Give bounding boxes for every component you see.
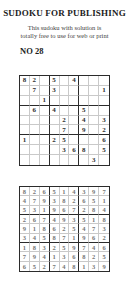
solution-cell-r2c1: 4	[20, 196, 30, 205]
solution-cell-r6c9: 2	[99, 234, 109, 243]
given-cell-r2c2: 7	[30, 86, 40, 96]
given-cell-r4c3	[40, 106, 50, 116]
given-cell-r3c8	[89, 96, 99, 106]
solution-cell-r6c8: 6	[89, 234, 99, 243]
solution-cell-r2c6: 2	[69, 196, 79, 205]
given-cell-r9c6	[69, 155, 79, 165]
given-cell-r9c7	[79, 155, 89, 165]
solution-cell-r3c5: 6	[60, 206, 70, 215]
solution-cell-r4c6: 3	[69, 215, 79, 224]
solution-cell-r3c8: 8	[89, 206, 99, 215]
solution-cell-r6c4: 8	[50, 234, 60, 243]
solution-cell-r2c3: 9	[40, 196, 50, 205]
given-cell-r6c4	[50, 125, 60, 135]
given-cell-r7c5: 5	[60, 135, 70, 145]
solution-cell-r2c4: 3	[50, 196, 60, 205]
given-cell-r2c4: 3	[50, 86, 60, 96]
puzzle-grid: 82547311645243792125636853	[19, 75, 110, 166]
given-cell-r2c1	[20, 86, 30, 96]
given-cell-r1c9	[99, 76, 109, 86]
given-cell-r6c3	[40, 125, 50, 135]
given-cell-r1c5	[60, 76, 70, 86]
solution-grid: 8265143974793826515319672842674935189186…	[19, 186, 110, 272]
solution-cell-r9c5: 4	[60, 262, 70, 271]
given-cell-r1c2: 2	[30, 76, 40, 86]
given-cell-r7c9: 6	[99, 135, 109, 145]
given-cell-r4c2: 6	[30, 106, 40, 116]
given-cell-r3c7	[79, 96, 89, 106]
given-cell-r5c8	[89, 116, 99, 126]
solution-cell-r8c7: 8	[79, 252, 89, 261]
given-cell-r1c3	[40, 76, 50, 86]
given-cell-r4c6	[69, 106, 79, 116]
solution-cell-r4c9: 8	[99, 215, 109, 224]
given-cell-r4c9	[99, 106, 109, 116]
solution-cell-r4c5: 9	[60, 215, 70, 224]
solution-cell-r8c9: 5	[99, 252, 109, 261]
solution-cell-r4c1: 2	[20, 215, 30, 224]
solution-cell-r2c8: 5	[89, 196, 99, 205]
given-cell-r9c4	[50, 155, 60, 165]
given-cell-r1c8	[89, 76, 99, 86]
solution-cell-r5c9: 3	[99, 224, 109, 233]
solution-cell-r4c2: 6	[30, 215, 40, 224]
given-cell-r4c7: 5	[79, 106, 89, 116]
given-cell-r6c2	[30, 125, 40, 135]
solution-cell-r5c3: 8	[40, 224, 50, 233]
given-cell-r2c7	[79, 86, 89, 96]
solution-cell-r1c3: 6	[40, 187, 50, 196]
solution-cell-r6c1: 3	[20, 234, 30, 243]
solution-cell-r1c4: 5	[50, 187, 60, 196]
given-cell-r9c5	[60, 155, 70, 165]
solution-cell-r3c2: 3	[30, 206, 40, 215]
given-cell-r3c4	[50, 96, 60, 106]
given-cell-r6c6	[69, 125, 79, 135]
solution-cell-r6c6: 1	[69, 234, 79, 243]
given-cell-r5c6	[69, 116, 79, 126]
given-cell-r7c7	[79, 135, 89, 145]
solution-cell-r4c8: 1	[89, 215, 99, 224]
solution-cell-r4c4: 4	[50, 215, 60, 224]
given-cell-r8c9: 5	[99, 145, 109, 155]
solution-cell-r9c6: 8	[69, 262, 79, 271]
given-cell-r4c4: 4	[50, 106, 60, 116]
given-cell-r7c1: 1	[20, 135, 30, 145]
solution-cell-r5c1: 9	[20, 224, 30, 233]
solution-cell-r1c6: 4	[69, 187, 79, 196]
given-cell-r7c8	[89, 135, 99, 145]
given-cell-r2c6	[69, 86, 79, 96]
given-cell-r1c1: 8	[20, 76, 30, 86]
page-title: SUDOKU FOR PUBLISHING	[0, 8, 129, 18]
given-cell-r5c5: 2	[60, 116, 70, 126]
solution-cell-r9c9: 9	[99, 262, 109, 271]
given-cell-r6c9: 2	[99, 125, 109, 135]
given-cell-r4c1	[20, 106, 30, 116]
given-cell-r3c1	[20, 96, 30, 106]
given-cell-r5c4	[50, 116, 60, 126]
given-cell-r7c6	[69, 135, 79, 145]
solution-cell-r2c9: 1	[99, 196, 109, 205]
solution-cell-r7c4: 2	[50, 243, 60, 252]
given-cell-r4c8	[89, 106, 99, 116]
subtitle: This sudoku with solution is totally fre…	[0, 24, 129, 40]
subtitle-line-1: This sudoku with solution is	[0, 24, 129, 32]
solution-cell-r5c7: 4	[79, 224, 89, 233]
solution-cell-r9c8: 3	[89, 262, 99, 271]
given-cell-r7c2	[30, 135, 40, 145]
solution-cell-r7c7: 7	[79, 243, 89, 252]
solution-cell-r3c4: 9	[50, 206, 60, 215]
solution-cell-r2c5: 8	[60, 196, 70, 205]
given-cell-r6c1	[20, 125, 30, 135]
solution-cell-r5c6: 5	[69, 224, 79, 233]
solution-cell-r6c7: 9	[79, 234, 89, 243]
given-cell-r8c1	[20, 145, 30, 155]
solution-cell-r7c1: 1	[20, 243, 30, 252]
solution-cell-r1c1: 8	[20, 187, 30, 196]
solution-cell-r6c2: 4	[30, 234, 40, 243]
given-cell-r7c4: 2	[50, 135, 60, 145]
solution-cell-r9c7: 1	[79, 262, 89, 271]
given-cell-r8c7: 8	[79, 145, 89, 155]
given-cell-r1c4: 5	[50, 76, 60, 86]
given-cell-r5c7: 4	[79, 116, 89, 126]
given-cell-r8c8	[89, 145, 99, 155]
given-cell-r5c2	[30, 116, 40, 126]
solution-cell-r1c9: 7	[99, 187, 109, 196]
solution-cell-r7c2: 8	[30, 243, 40, 252]
solution-cell-r3c3: 1	[40, 206, 50, 215]
solution-cell-r6c3: 5	[40, 234, 50, 243]
solution-cell-r9c1: 6	[20, 262, 30, 271]
given-cell-r5c1	[20, 116, 30, 126]
solution-cell-r9c3: 2	[40, 262, 50, 271]
given-cell-r6c5: 7	[60, 125, 70, 135]
given-cell-r2c9: 1	[99, 86, 109, 96]
solution-cell-r4c7: 5	[79, 215, 89, 224]
solution-cell-r1c7: 3	[79, 187, 89, 196]
given-cell-r9c1	[20, 155, 30, 165]
solution-cell-r8c6: 6	[69, 252, 79, 261]
given-cell-r2c8	[89, 86, 99, 96]
puzzle-number-label: NO 28	[20, 46, 43, 56]
solution-cell-r1c8: 9	[89, 187, 99, 196]
given-cell-r9c9	[99, 155, 109, 165]
given-cell-r3c5	[60, 96, 70, 106]
solution-cell-r7c8: 4	[89, 243, 99, 252]
solution-cell-r7c3: 3	[40, 243, 50, 252]
solution-cell-r2c2: 7	[30, 196, 40, 205]
solution-cell-r7c9: 6	[99, 243, 109, 252]
solution-cell-r8c3: 4	[40, 252, 50, 261]
solution-cell-r5c5: 2	[60, 224, 70, 233]
given-cell-r3c6	[69, 96, 79, 106]
given-cell-r8c4	[50, 145, 60, 155]
solution-cell-r6c5: 7	[60, 234, 70, 243]
solution-cell-r5c2: 1	[30, 224, 40, 233]
solution-cell-r3c1: 5	[20, 206, 30, 215]
solution-cell-r8c1: 7	[20, 252, 30, 261]
solution-cell-r3c7: 2	[79, 206, 89, 215]
solution-cell-r8c8: 2	[89, 252, 99, 261]
given-cell-r9c2	[30, 155, 40, 165]
given-cell-r2c5	[60, 86, 70, 96]
solution-cell-r8c2: 9	[30, 252, 40, 261]
solution-cell-r9c4: 7	[50, 262, 60, 271]
solution-cell-r9c2: 5	[30, 262, 40, 271]
given-cell-r8c6: 6	[69, 145, 79, 155]
given-cell-r6c7: 9	[79, 125, 89, 135]
given-cell-r5c9: 3	[99, 116, 109, 126]
given-cell-r8c5: 3	[60, 145, 70, 155]
solution-cell-r3c6: 7	[69, 206, 79, 215]
solution-cell-r5c8: 7	[89, 224, 99, 233]
solution-cell-r7c5: 5	[60, 243, 70, 252]
given-cell-r9c8: 3	[89, 155, 99, 165]
subtitle-line-2: totally free to use for web or print	[0, 32, 129, 40]
given-cell-r5c3	[40, 116, 50, 126]
solution-cell-r5c4: 6	[50, 224, 60, 233]
given-cell-r8c2	[30, 145, 40, 155]
solution-cell-r8c4: 1	[50, 252, 60, 261]
given-cell-r6c8	[89, 125, 99, 135]
solution-cell-r3c9: 4	[99, 206, 109, 215]
solution-cell-r2c7: 6	[79, 196, 89, 205]
given-cell-r1c6: 4	[69, 76, 79, 86]
given-cell-r4c5	[60, 106, 70, 116]
solution-cell-r8c5: 3	[60, 252, 70, 261]
given-cell-r3c9	[99, 96, 109, 106]
given-cell-r3c2	[30, 96, 40, 106]
given-cell-r3c3: 1	[40, 96, 50, 106]
solution-cell-r1c5: 1	[60, 187, 70, 196]
given-cell-r9c3	[40, 155, 50, 165]
given-cell-r2c3	[40, 86, 50, 96]
given-cell-r8c3	[40, 145, 50, 155]
given-cell-r1c7	[79, 76, 89, 86]
solution-cell-r1c2: 2	[30, 187, 40, 196]
solution-cell-r7c6: 9	[69, 243, 79, 252]
given-cell-r7c3	[40, 135, 50, 145]
solution-cell-r4c3: 7	[40, 215, 50, 224]
